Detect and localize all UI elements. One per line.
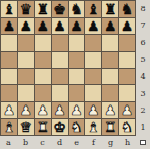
black-knight[interactable]: ♞: [121, 1, 134, 15]
file-label-d: d: [51, 136, 68, 149]
square-c4[interactable]: [35, 69, 51, 85]
square-f2[interactable]: ♟: [85, 102, 101, 118]
square-d4[interactable]: [52, 69, 68, 85]
rank-labels: 87654321: [136, 0, 150, 136]
square-b7[interactable]: ♟: [18, 18, 34, 34]
file-label-h: h: [119, 136, 136, 149]
square-d6[interactable]: [52, 35, 68, 51]
square-b6[interactable]: [18, 35, 34, 51]
black-bishop[interactable]: ♝: [87, 1, 100, 15]
square-b2[interactable]: ♟: [18, 102, 34, 118]
white-pawn[interactable]: ♟: [20, 103, 33, 117]
rank-label-8: 8: [136, 0, 150, 17]
square-e2[interactable]: ♟: [69, 102, 85, 118]
chess-app-window: ♝♛♜♚♞♝♜♞♟♟♟♟♟♟♟♟♟♟♟♟♟♟♟♟♝♛♜♚♞♝♜♞ 8765432…: [0, 0, 150, 149]
square-c8[interactable]: ♜: [35, 1, 51, 17]
square-c2[interactable]: ♟: [35, 102, 51, 118]
square-a3[interactable]: [1, 85, 17, 101]
black-pawn[interactable]: ♟: [104, 18, 117, 32]
square-a6[interactable]: [1, 35, 17, 51]
square-b4[interactable]: [18, 69, 34, 85]
white-pawn[interactable]: ♟: [121, 103, 134, 117]
chess-board[interactable]: ♝♛♜♚♞♝♜♞♟♟♟♟♟♟♟♟♟♟♟♟♟♟♟♟♝♛♜♚♞♝♜♞: [0, 0, 136, 136]
square-f7[interactable]: ♟: [85, 18, 101, 34]
square-e5[interactable]: [69, 52, 85, 68]
black-queen[interactable]: ♛: [20, 1, 33, 15]
square-a1[interactable]: ♝: [1, 119, 17, 135]
square-h3[interactable]: [119, 85, 135, 101]
rank-label-7: 7: [136, 17, 150, 34]
black-bishop[interactable]: ♝: [3, 1, 16, 15]
white-knight[interactable]: ♞: [70, 120, 83, 134]
black-pawn[interactable]: ♟: [20, 18, 33, 32]
file-label-e: e: [68, 136, 85, 149]
rank-label-3: 3: [136, 85, 150, 102]
square-d7[interactable]: ♟: [52, 18, 68, 34]
square-g4[interactable]: [102, 69, 118, 85]
square-b3[interactable]: [18, 85, 34, 101]
square-d2[interactable]: ♟: [52, 102, 68, 118]
square-c6[interactable]: [35, 35, 51, 51]
rank-label-2: 2: [136, 102, 150, 119]
rank-label-6: 6: [136, 34, 150, 51]
square-f5[interactable]: [85, 52, 101, 68]
square-h7[interactable]: ♟: [119, 18, 135, 34]
white-pawn[interactable]: ♟: [36, 103, 49, 117]
square-f4[interactable]: [85, 69, 101, 85]
file-label-c: c: [34, 136, 51, 149]
white-knight[interactable]: ♞: [121, 120, 134, 134]
square-e8[interactable]: ♞: [69, 1, 85, 17]
rank-label-4: 4: [136, 68, 150, 85]
white-rook[interactable]: ♜: [104, 120, 117, 134]
black-pawn[interactable]: ♟: [121, 18, 134, 32]
rank-label-1: 1: [136, 119, 150, 136]
square-g5[interactable]: [102, 52, 118, 68]
square-d5[interactable]: [52, 52, 68, 68]
black-pawn[interactable]: ♟: [3, 18, 16, 32]
file-label-g: g: [102, 136, 119, 149]
square-a2[interactable]: ♟: [1, 102, 17, 118]
square-f6[interactable]: [85, 35, 101, 51]
square-h4[interactable]: [119, 69, 135, 85]
white-pawn[interactable]: ♟: [70, 103, 83, 117]
square-f8[interactable]: ♝: [85, 1, 101, 17]
square-h5[interactable]: [119, 52, 135, 68]
square-e7[interactable]: ♟: [69, 18, 85, 34]
square-h2[interactable]: ♟: [119, 102, 135, 118]
file-label-a: a: [0, 136, 17, 149]
square-c7[interactable]: ♟: [35, 18, 51, 34]
square-a7[interactable]: ♟: [1, 18, 17, 34]
square-b5[interactable]: [18, 52, 34, 68]
square-h6[interactable]: [119, 35, 135, 51]
square-a8[interactable]: ♝: [1, 1, 17, 17]
square-b1[interactable]: ♛: [18, 119, 34, 135]
white-king[interactable]: ♚: [53, 120, 66, 134]
file-label-b: b: [17, 136, 34, 149]
square-g6[interactable]: [102, 35, 118, 51]
black-king[interactable]: ♚: [53, 1, 66, 15]
black-rook[interactable]: ♜: [104, 1, 117, 15]
square-f1[interactable]: ♝: [85, 119, 101, 135]
square-f3[interactable]: [85, 85, 101, 101]
white-bishop[interactable]: ♝: [87, 120, 100, 134]
square-e3[interactable]: [69, 85, 85, 101]
square-h1[interactable]: ♞: [119, 119, 135, 135]
square-g8[interactable]: ♜: [102, 1, 118, 17]
corner-cell: [136, 136, 150, 149]
white-bishop[interactable]: ♝: [3, 120, 16, 134]
black-pawn[interactable]: ♟: [70, 18, 83, 32]
square-e6[interactable]: [69, 35, 85, 51]
square-c5[interactable]: [35, 52, 51, 68]
file-label-f: f: [85, 136, 102, 149]
square-e1[interactable]: ♞: [69, 119, 85, 135]
black-knight[interactable]: ♞: [70, 1, 83, 15]
resize-grip-icon[interactable]: [140, 140, 146, 145]
square-c1[interactable]: ♜: [35, 119, 51, 135]
square-d8[interactable]: ♚: [52, 1, 68, 17]
square-b8[interactable]: ♛: [18, 1, 34, 17]
square-e4[interactable]: [69, 69, 85, 85]
square-a5[interactable]: [1, 52, 17, 68]
black-pawn[interactable]: ♟: [87, 18, 100, 32]
black-pawn[interactable]: ♟: [53, 18, 66, 32]
square-h8[interactable]: ♞: [119, 1, 135, 17]
white-pawn[interactable]: ♟: [53, 103, 66, 117]
black-rook[interactable]: ♜: [36, 1, 49, 15]
square-c3[interactable]: [35, 85, 51, 101]
square-g1[interactable]: ♜: [102, 119, 118, 135]
square-g2[interactable]: ♟: [102, 102, 118, 118]
file-labels: abcdefgh: [0, 136, 136, 149]
white-rook[interactable]: ♜: [36, 120, 49, 134]
square-a4[interactable]: [1, 69, 17, 85]
square-d1[interactable]: ♚: [52, 119, 68, 135]
rank-label-5: 5: [136, 51, 150, 68]
black-pawn[interactable]: ♟: [36, 18, 49, 32]
white-pawn[interactable]: ♟: [104, 103, 117, 117]
square-d3[interactable]: [52, 85, 68, 101]
white-pawn[interactable]: ♟: [87, 103, 100, 117]
white-queen[interactable]: ♛: [20, 120, 33, 134]
white-pawn[interactable]: ♟: [3, 103, 16, 117]
square-g7[interactable]: ♟: [102, 18, 118, 34]
square-g3[interactable]: [102, 85, 118, 101]
